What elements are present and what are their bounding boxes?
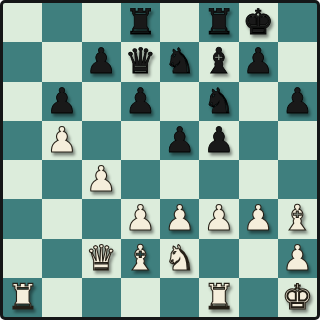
square-h2[interactable]: ♟ [278, 239, 317, 278]
square-h8[interactable] [278, 3, 317, 42]
white-bishop-piece: ♝ [282, 201, 313, 236]
square-a3[interactable] [3, 199, 42, 238]
square-f1[interactable]: ♜ [199, 278, 238, 317]
square-b1[interactable] [42, 278, 81, 317]
square-d7[interactable]: ♛ [121, 42, 160, 81]
white-pawn-piece: ♟ [164, 201, 195, 236]
white-rook-piece: ♜ [203, 280, 234, 315]
square-e3[interactable]: ♟ [160, 199, 199, 238]
black-king-piece: ♚ [242, 5, 273, 40]
square-c7[interactable]: ♟ [82, 42, 121, 81]
square-d1[interactable] [121, 278, 160, 317]
square-e4[interactable] [160, 160, 199, 199]
square-c8[interactable] [82, 3, 121, 42]
square-g3[interactable]: ♟ [239, 199, 278, 238]
square-e1[interactable] [160, 278, 199, 317]
black-pawn-piece: ♟ [85, 44, 116, 79]
square-f5[interactable]: ♟ [199, 121, 238, 160]
white-rook-piece: ♜ [7, 280, 38, 315]
square-a2[interactable] [3, 239, 42, 278]
square-e2[interactable]: ♞ [160, 239, 199, 278]
square-b4[interactable] [42, 160, 81, 199]
square-b7[interactable] [42, 42, 81, 81]
white-king-piece: ♚ [282, 280, 313, 315]
square-c6[interactable] [82, 82, 121, 121]
black-knight-piece: ♞ [203, 84, 234, 119]
square-g4[interactable] [239, 160, 278, 199]
square-b5[interactable]: ♟ [42, 121, 81, 160]
square-d3[interactable]: ♟ [121, 199, 160, 238]
black-queen-piece: ♛ [125, 44, 156, 79]
black-pawn-piece: ♟ [282, 84, 313, 119]
square-f4[interactable] [199, 160, 238, 199]
square-h5[interactable] [278, 121, 317, 160]
square-d2[interactable]: ♝ [121, 239, 160, 278]
square-h3[interactable]: ♝ [278, 199, 317, 238]
square-h1[interactable]: ♚ [278, 278, 317, 317]
white-pawn-piece: ♟ [203, 201, 234, 236]
square-f6[interactable]: ♞ [199, 82, 238, 121]
square-f2[interactable] [199, 239, 238, 278]
black-bishop-piece: ♝ [203, 44, 234, 79]
white-pawn-piece: ♟ [125, 201, 156, 236]
black-pawn-piece: ♟ [125, 84, 156, 119]
square-d6[interactable]: ♟ [121, 82, 160, 121]
square-c1[interactable] [82, 278, 121, 317]
square-d4[interactable] [121, 160, 160, 199]
square-c4[interactable]: ♟ [82, 160, 121, 199]
square-e8[interactable] [160, 3, 199, 42]
square-b8[interactable] [42, 3, 81, 42]
white-pawn-piece: ♟ [282, 241, 313, 276]
white-pawn-piece: ♟ [46, 123, 77, 158]
square-f3[interactable]: ♟ [199, 199, 238, 238]
square-a7[interactable] [3, 42, 42, 81]
square-g7[interactable]: ♟ [239, 42, 278, 81]
black-pawn-piece: ♟ [242, 44, 273, 79]
square-b3[interactable] [42, 199, 81, 238]
black-pawn-piece: ♟ [46, 84, 77, 119]
square-h6[interactable]: ♟ [278, 82, 317, 121]
white-queen-piece: ♛ [85, 241, 116, 276]
square-a6[interactable] [3, 82, 42, 121]
square-a4[interactable] [3, 160, 42, 199]
black-rook-piece: ♜ [125, 5, 156, 40]
white-pawn-piece: ♟ [85, 162, 116, 197]
square-h7[interactable] [278, 42, 317, 81]
white-pawn-piece: ♟ [242, 201, 273, 236]
black-knight-piece: ♞ [164, 44, 195, 79]
square-d8[interactable]: ♜ [121, 3, 160, 42]
square-d5[interactable] [121, 121, 160, 160]
square-b6[interactable]: ♟ [42, 82, 81, 121]
square-e5[interactable]: ♟ [160, 121, 199, 160]
square-a1[interactable]: ♜ [3, 278, 42, 317]
black-pawn-piece: ♟ [164, 123, 195, 158]
black-pawn-piece: ♟ [203, 123, 234, 158]
white-knight-piece: ♞ [164, 241, 195, 276]
chess-board: ♜♜♚♟♛♞♝♟♟♟♞♟♟♟♟♟♟♟♟♟♝♛♝♞♟♜♜♚ [3, 3, 317, 317]
black-rook-piece: ♜ [203, 5, 234, 40]
square-c3[interactable] [82, 199, 121, 238]
square-f7[interactable]: ♝ [199, 42, 238, 81]
square-e6[interactable] [160, 82, 199, 121]
square-g5[interactable] [239, 121, 278, 160]
white-bishop-piece: ♝ [125, 241, 156, 276]
square-g6[interactable] [239, 82, 278, 121]
square-c5[interactable] [82, 121, 121, 160]
square-g2[interactable] [239, 239, 278, 278]
square-b2[interactable] [42, 239, 81, 278]
square-g8[interactable]: ♚ [239, 3, 278, 42]
square-c2[interactable]: ♛ [82, 239, 121, 278]
square-a8[interactable] [3, 3, 42, 42]
square-g1[interactable] [239, 278, 278, 317]
square-e7[interactable]: ♞ [160, 42, 199, 81]
square-a5[interactable] [3, 121, 42, 160]
square-f8[interactable]: ♜ [199, 3, 238, 42]
board-frame: ♜♜♚♟♛♞♝♟♟♟♞♟♟♟♟♟♟♟♟♟♝♛♝♞♟♜♜♚ [0, 0, 320, 320]
square-h4[interactable] [278, 160, 317, 199]
